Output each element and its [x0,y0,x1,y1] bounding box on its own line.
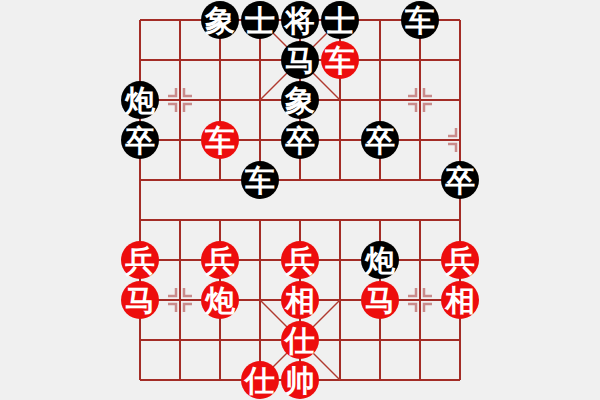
piece-red-horse[interactable]: 马 [121,281,159,319]
piece-black-elephant[interactable]: 象 [281,81,319,119]
piece-red-advisor[interactable]: 仕 [281,321,319,359]
piece-black-cannon[interactable]: 炮 [121,81,159,119]
piece-black-soldier[interactable]: 卒 [441,161,479,199]
piece-red-soldier[interactable]: 兵 [441,241,479,279]
piece-black-cannon[interactable]: 炮 [361,241,399,279]
piece-black-advisor[interactable]: 士 [321,1,359,39]
piece-red-horse[interactable]: 马 [361,281,399,319]
piece-red-elephant[interactable]: 相 [441,281,479,319]
xiangqi-position-screenshot: 象士将士车马车炮象卒车卒卒车卒兵兵兵炮兵马炮相马相仕仕帅 [0,0,600,400]
piece-red-advisor[interactable]: 仕 [241,361,279,399]
piece-red-soldier[interactable]: 兵 [121,241,159,279]
piece-black-advisor[interactable]: 士 [241,1,279,39]
piece-black-elephant[interactable]: 象 [201,1,239,39]
piece-red-general[interactable]: 帅 [281,361,319,399]
piece-red-chariot[interactable]: 车 [321,41,359,79]
piece-black-soldier[interactable]: 卒 [361,121,399,159]
piece-red-cannon[interactable]: 炮 [201,281,239,319]
piece-black-chariot[interactable]: 车 [401,1,439,39]
piece-red-soldier[interactable]: 兵 [281,241,319,279]
pieces-layer: 象士将士车马车炮象卒车卒卒车卒兵兵兵炮兵马炮相马相仕仕帅 [0,0,600,400]
piece-red-elephant[interactable]: 相 [281,281,319,319]
piece-black-soldier[interactable]: 卒 [121,121,159,159]
piece-red-soldier[interactable]: 兵 [201,241,239,279]
piece-red-chariot[interactable]: 车 [201,121,239,159]
piece-black-soldier[interactable]: 卒 [281,121,319,159]
piece-black-general[interactable]: 将 [281,1,319,39]
piece-black-horse[interactable]: 马 [281,41,319,79]
piece-black-chariot[interactable]: 车 [241,161,279,199]
